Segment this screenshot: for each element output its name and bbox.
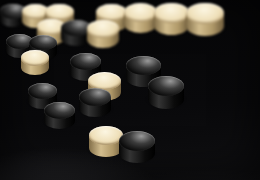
board-square[interactable]: [0, 104, 26, 123]
board-square[interactable]: [0, 119, 18, 138]
scene: [0, 0, 260, 180]
board-square[interactable]: [164, 52, 208, 73]
board-square[interactable]: [0, 72, 19, 89]
checker-piece-black[interactable]: [148, 76, 185, 109]
checker-piece-black[interactable]: [44, 102, 75, 129]
checker-piece-black[interactable]: [79, 88, 112, 117]
checker-piece-black[interactable]: [119, 131, 155, 163]
checker-piece-white[interactable]: [21, 50, 49, 75]
board-square[interactable]: [174, 34, 218, 54]
checker-piece-white[interactable]: [87, 20, 119, 48]
board-square[interactable]: [0, 101, 3, 119]
board-square[interactable]: [142, 33, 183, 52]
board-square[interactable]: [10, 123, 42, 143]
board-square[interactable]: [0, 86, 11, 104]
checker-piece-white[interactable]: [186, 3, 224, 36]
